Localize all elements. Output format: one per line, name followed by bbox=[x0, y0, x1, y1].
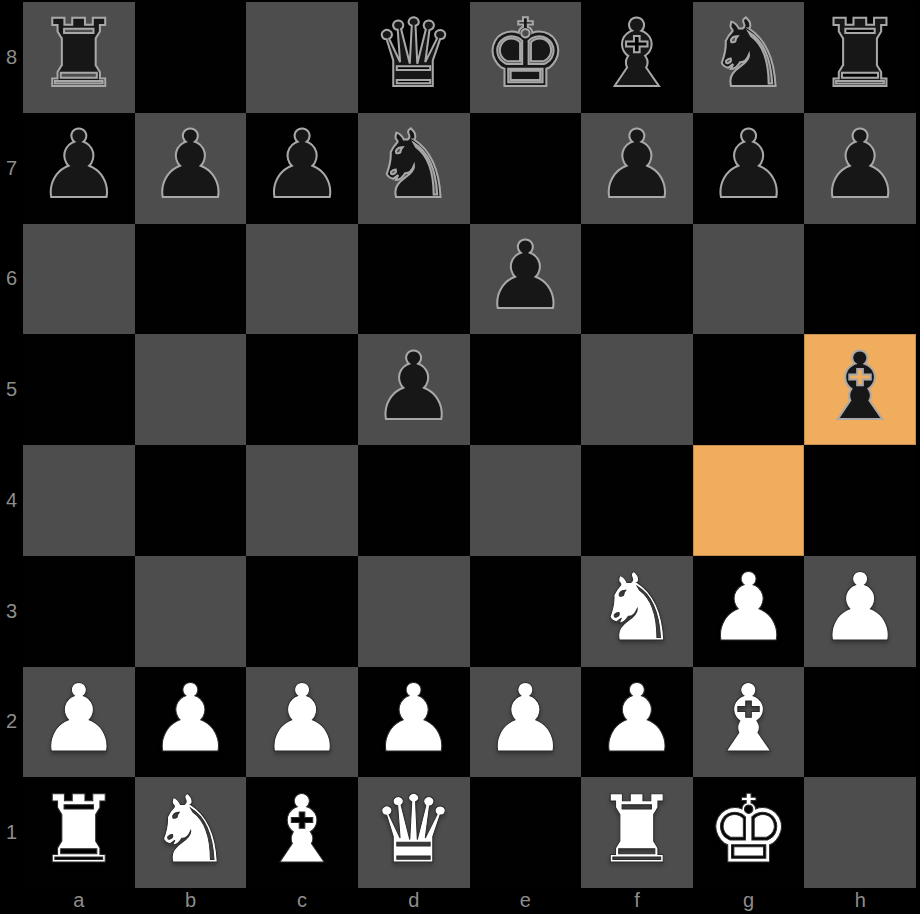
black-pawn-e6[interactable]: ♟ bbox=[483, 229, 567, 323]
square-g6[interactable] bbox=[693, 224, 805, 335]
white-pawn-e2[interactable]: ♟ bbox=[483, 672, 567, 766]
square-e7[interactable] bbox=[470, 113, 582, 224]
square-b5[interactable] bbox=[135, 334, 247, 445]
square-b1[interactable]: ♞ bbox=[135, 777, 247, 888]
square-g8[interactable]: ♞ bbox=[693, 2, 805, 113]
square-a4[interactable] bbox=[23, 445, 135, 556]
rank-label-5: 5 bbox=[0, 334, 23, 445]
square-g2[interactable]: ♝ bbox=[693, 667, 805, 778]
square-b4[interactable] bbox=[135, 445, 247, 556]
rank-label-4: 4 bbox=[0, 445, 23, 556]
white-pawn-f2[interactable]: ♟ bbox=[595, 672, 679, 766]
black-pawn-a7[interactable]: ♟ bbox=[37, 118, 121, 212]
square-g5[interactable] bbox=[693, 334, 805, 445]
black-pawn-g7[interactable]: ♟ bbox=[706, 118, 790, 212]
file-label-d: d bbox=[358, 886, 470, 914]
white-rook-f1[interactable]: ♜ bbox=[595, 783, 679, 877]
white-pawn-c2[interactable]: ♟ bbox=[260, 672, 344, 766]
square-e4[interactable] bbox=[470, 445, 582, 556]
rank-label-3: 3 bbox=[0, 556, 23, 667]
black-pawn-d5[interactable]: ♟ bbox=[372, 340, 456, 434]
rank-label-2: 2 bbox=[0, 667, 23, 778]
square-c3[interactable] bbox=[246, 556, 358, 667]
white-pawn-a2[interactable]: ♟ bbox=[37, 672, 121, 766]
square-d1[interactable]: ♛ bbox=[358, 777, 470, 888]
square-e3[interactable] bbox=[470, 556, 582, 667]
square-f8[interactable]: ♝ bbox=[581, 2, 693, 113]
black-knight-g8[interactable]: ♞ bbox=[706, 7, 790, 101]
white-pawn-b2[interactable]: ♟ bbox=[148, 672, 232, 766]
square-g7[interactable]: ♟ bbox=[693, 113, 805, 224]
square-c7[interactable]: ♟ bbox=[246, 113, 358, 224]
black-bishop-h5[interactable]: ♝ bbox=[818, 340, 902, 434]
white-queen-d1[interactable]: ♛ bbox=[372, 783, 456, 877]
square-e2[interactable]: ♟ bbox=[470, 667, 582, 778]
square-b2[interactable]: ♟ bbox=[135, 667, 247, 778]
black-pawn-f7[interactable]: ♟ bbox=[595, 118, 679, 212]
square-d3[interactable] bbox=[358, 556, 470, 667]
square-b8[interactable] bbox=[135, 2, 247, 113]
square-a7[interactable]: ♟ bbox=[23, 113, 135, 224]
square-b3[interactable] bbox=[135, 556, 247, 667]
square-a5[interactable] bbox=[23, 334, 135, 445]
white-rook-a1[interactable]: ♜ bbox=[37, 783, 121, 877]
chess-board[interactable]: ♜♛♚♝♞♜♟♟♟♞♟♟♟♟♟♝♞♟♟♟♟♟♟♟♟♝♜♞♝♛♜♚ bbox=[23, 2, 916, 888]
square-e5[interactable] bbox=[470, 334, 582, 445]
square-h4[interactable] bbox=[804, 445, 916, 556]
black-knight-d7[interactable]: ♞ bbox=[372, 118, 456, 212]
rank-label-8: 8 bbox=[0, 2, 23, 113]
square-a2[interactable]: ♟ bbox=[23, 667, 135, 778]
square-d2[interactable]: ♟ bbox=[358, 667, 470, 778]
black-queen-d8[interactable]: ♛ bbox=[372, 7, 456, 101]
square-f3[interactable]: ♞ bbox=[581, 556, 693, 667]
file-label-h: h bbox=[804, 886, 916, 914]
white-bishop-c1[interactable]: ♝ bbox=[260, 783, 344, 877]
square-f1[interactable]: ♜ bbox=[581, 777, 693, 888]
square-d7[interactable]: ♞ bbox=[358, 113, 470, 224]
chess-app: 87654321 ♜♛♚♝♞♜♟♟♟♞♟♟♟♟♟♝♞♟♟♟♟♟♟♟♟♝♜♞♝♛♜… bbox=[0, 0, 920, 914]
square-a6[interactable] bbox=[23, 224, 135, 335]
file-label-b: b bbox=[135, 886, 247, 914]
square-b7[interactable]: ♟ bbox=[135, 113, 247, 224]
rank-coordinates: 87654321 bbox=[0, 2, 23, 888]
square-f2[interactable]: ♟ bbox=[581, 667, 693, 778]
rank-label-7: 7 bbox=[0, 113, 23, 224]
white-king-g1[interactable]: ♚ bbox=[706, 783, 790, 877]
square-c4[interactable] bbox=[246, 445, 358, 556]
square-c6[interactable] bbox=[246, 224, 358, 335]
file-label-f: f bbox=[581, 886, 693, 914]
square-h3[interactable]: ♟ bbox=[804, 556, 916, 667]
rank-label-1: 1 bbox=[0, 777, 23, 888]
black-pawn-b7[interactable]: ♟ bbox=[148, 118, 232, 212]
square-h6[interactable] bbox=[804, 224, 916, 335]
square-g1[interactable]: ♚ bbox=[693, 777, 805, 888]
file-label-e: e bbox=[470, 886, 582, 914]
square-c2[interactable]: ♟ bbox=[246, 667, 358, 778]
square-f5[interactable] bbox=[581, 334, 693, 445]
rank-label-6: 6 bbox=[0, 224, 23, 335]
square-e6[interactable]: ♟ bbox=[470, 224, 582, 335]
square-e1[interactable] bbox=[470, 777, 582, 888]
file-label-g: g bbox=[693, 886, 805, 914]
white-bishop-g2[interactable]: ♝ bbox=[706, 672, 790, 766]
square-h8[interactable]: ♜ bbox=[804, 2, 916, 113]
black-king-e8[interactable]: ♚ bbox=[483, 7, 567, 101]
square-a8[interactable]: ♜ bbox=[23, 2, 135, 113]
square-h2[interactable] bbox=[804, 667, 916, 778]
black-pawn-c7[interactable]: ♟ bbox=[260, 118, 344, 212]
square-f4[interactable] bbox=[581, 445, 693, 556]
square-d6[interactable] bbox=[358, 224, 470, 335]
square-c8[interactable] bbox=[246, 2, 358, 113]
black-bishop-f8[interactable]: ♝ bbox=[595, 7, 679, 101]
black-rook-h8[interactable]: ♜ bbox=[818, 7, 902, 101]
square-g4[interactable] bbox=[693, 445, 805, 556]
square-h1[interactable] bbox=[804, 777, 916, 888]
file-coordinates: abcdefgh bbox=[23, 886, 916, 914]
square-h5[interactable]: ♝ bbox=[804, 334, 916, 445]
square-c1[interactable]: ♝ bbox=[246, 777, 358, 888]
black-pawn-h7[interactable]: ♟ bbox=[818, 118, 902, 212]
square-b6[interactable] bbox=[135, 224, 247, 335]
black-rook-a8[interactable]: ♜ bbox=[37, 7, 121, 101]
square-a1[interactable]: ♜ bbox=[23, 777, 135, 888]
square-d8[interactable]: ♛ bbox=[358, 2, 470, 113]
white-pawn-h3[interactable]: ♟ bbox=[818, 561, 902, 655]
square-g3[interactable]: ♟ bbox=[693, 556, 805, 667]
white-pawn-g3[interactable]: ♟ bbox=[706, 561, 790, 655]
white-knight-f3[interactable]: ♞ bbox=[595, 561, 679, 655]
square-f7[interactable]: ♟ bbox=[581, 113, 693, 224]
file-label-c: c bbox=[246, 886, 358, 914]
square-d4[interactable] bbox=[358, 445, 470, 556]
file-label-a: a bbox=[23, 886, 135, 914]
square-d5[interactable]: ♟ bbox=[358, 334, 470, 445]
square-c5[interactable] bbox=[246, 334, 358, 445]
square-f6[interactable] bbox=[581, 224, 693, 335]
white-pawn-d2[interactable]: ♟ bbox=[372, 672, 456, 766]
square-h7[interactable]: ♟ bbox=[804, 113, 916, 224]
square-a3[interactable] bbox=[23, 556, 135, 667]
white-knight-b1[interactable]: ♞ bbox=[148, 783, 232, 877]
square-e8[interactable]: ♚ bbox=[470, 2, 582, 113]
